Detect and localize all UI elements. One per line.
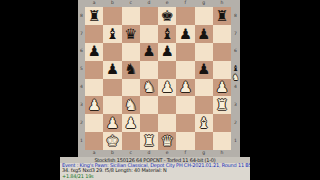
board-corner bbox=[78, 150, 85, 157]
square-b1[interactable]: ♚ bbox=[103, 132, 121, 150]
captured-material-tray: ♝ ♞ bbox=[231, 64, 240, 82]
square-g6[interactable] bbox=[195, 43, 213, 61]
square-c7[interactable]: ♛ bbox=[122, 25, 140, 43]
square-h1[interactable] bbox=[213, 132, 231, 150]
black-knight-c5: ♞ bbox=[124, 62, 137, 77]
square-e7[interactable]: ♝ bbox=[158, 25, 176, 43]
square-c1[interactable] bbox=[122, 132, 140, 150]
file-label-c: c bbox=[122, 0, 140, 7]
file-label-f: f bbox=[176, 150, 194, 157]
black-pawn-g7: ♟ bbox=[197, 26, 210, 41]
square-b6[interactable] bbox=[103, 43, 121, 61]
white-king-b1: ♚ bbox=[106, 133, 119, 148]
square-b2[interactable]: ♟ bbox=[103, 114, 121, 132]
square-e2[interactable] bbox=[158, 114, 176, 132]
file-label-b: b bbox=[103, 150, 121, 157]
file-label-a: a bbox=[85, 150, 103, 157]
square-h6[interactable] bbox=[213, 43, 231, 61]
black-pawn-a6: ♟ bbox=[88, 44, 101, 59]
file-label-b: b bbox=[103, 0, 121, 7]
square-g4[interactable] bbox=[195, 79, 213, 97]
file-label-e: e bbox=[158, 0, 176, 7]
square-c6[interactable] bbox=[122, 43, 140, 61]
file-label-d: d bbox=[140, 0, 158, 7]
rank-label-7: 7 bbox=[231, 25, 240, 43]
captured-black-bishop-icon: ♝ bbox=[232, 64, 239, 73]
square-a2[interactable] bbox=[85, 114, 103, 132]
rank-label-5: 5 bbox=[78, 61, 85, 79]
white-bishop-g2: ♝ bbox=[197, 115, 210, 130]
square-d2[interactable] bbox=[140, 114, 158, 132]
square-a3[interactable]: ♟ bbox=[85, 96, 103, 114]
square-e5[interactable] bbox=[158, 61, 176, 79]
game-info-panel: Stockfish 150126 64 POPCNT - Torfed 11 6… bbox=[60, 157, 250, 180]
square-b4[interactable] bbox=[103, 79, 121, 97]
square-g5[interactable]: ♟ bbox=[195, 61, 213, 79]
black-bishop-b7: ♝ bbox=[106, 26, 119, 41]
chess-board-frame: abcdefgh8♜♚♜87♝♛♝♟♟76♟♟♟65♟♞♟54♞♟♟♟43♟♞♜… bbox=[78, 0, 240, 157]
square-f4[interactable]: ♟ bbox=[176, 79, 194, 97]
white-pawn-e4: ♟ bbox=[161, 80, 174, 95]
black-pawn-g5: ♟ bbox=[197, 62, 210, 77]
square-a7[interactable] bbox=[85, 25, 103, 43]
white-rook-h3: ♜ bbox=[215, 98, 228, 113]
square-c2[interactable]: ♟ bbox=[122, 114, 140, 132]
square-a8[interactable]: ♜ bbox=[85, 7, 103, 25]
white-pawn-c2: ♟ bbox=[124, 115, 137, 130]
rank-label-1: 1 bbox=[78, 132, 85, 150]
captured-white-knight-icon: ♞ bbox=[232, 73, 239, 82]
rank-label-1: 1 bbox=[231, 132, 240, 150]
black-king-e8: ♚ bbox=[161, 8, 174, 23]
white-knight-d4: ♞ bbox=[142, 80, 155, 95]
square-f6[interactable] bbox=[176, 43, 194, 61]
square-e1[interactable]: ♛ bbox=[158, 132, 176, 150]
rank-label-7: 7 bbox=[78, 25, 85, 43]
black-pawn-b5: ♟ bbox=[106, 62, 119, 77]
black-bishop-e7: ♝ bbox=[161, 26, 174, 41]
square-e8[interactable]: ♚ bbox=[158, 7, 176, 25]
file-label-h: h bbox=[213, 150, 231, 157]
square-a6[interactable]: ♟ bbox=[85, 43, 103, 61]
square-e4[interactable]: ♟ bbox=[158, 79, 176, 97]
board-corner bbox=[231, 0, 240, 7]
black-pawn-d6: ♟ bbox=[142, 44, 155, 59]
rank-label-6: 6 bbox=[78, 43, 85, 61]
square-d5[interactable] bbox=[140, 61, 158, 79]
square-h2[interactable] bbox=[213, 114, 231, 132]
square-b3[interactable] bbox=[103, 96, 121, 114]
square-g7[interactable]: ♟ bbox=[195, 25, 213, 43]
square-g1[interactable] bbox=[195, 132, 213, 150]
rank-label-8: 8 bbox=[231, 7, 240, 25]
file-label-g: g bbox=[195, 0, 213, 7]
square-h8[interactable]: ♜ bbox=[213, 7, 231, 25]
square-d4[interactable]: ♞ bbox=[140, 79, 158, 97]
file-label-h: h bbox=[213, 0, 231, 7]
file-label-c: c bbox=[122, 150, 140, 157]
square-d6[interactable]: ♟ bbox=[140, 43, 158, 61]
rank-label-3: 3 bbox=[231, 96, 240, 114]
rank-label-2: 2 bbox=[231, 114, 240, 132]
square-h5[interactable] bbox=[213, 61, 231, 79]
square-d8[interactable] bbox=[140, 7, 158, 25]
square-a5[interactable] bbox=[85, 61, 103, 79]
square-h3[interactable]: ♜ bbox=[213, 96, 231, 114]
white-queen-e1: ♛ bbox=[161, 133, 174, 148]
square-f8[interactable] bbox=[176, 7, 194, 25]
rank-label-8: 8 bbox=[78, 7, 85, 25]
square-b8[interactable] bbox=[103, 7, 121, 25]
file-label-a: a bbox=[85, 0, 103, 7]
black-pawn-e6: ♟ bbox=[161, 44, 174, 59]
square-f1[interactable] bbox=[176, 132, 194, 150]
white-pawn-f4: ♟ bbox=[179, 80, 192, 95]
white-knight-c3: ♞ bbox=[124, 98, 137, 113]
square-b5[interactable]: ♟ bbox=[103, 61, 121, 79]
square-f7[interactable]: ♟ bbox=[176, 25, 194, 43]
file-label-e: e bbox=[158, 150, 176, 157]
board-corner bbox=[78, 0, 85, 7]
square-b7[interactable]: ♝ bbox=[103, 25, 121, 43]
white-pawn-b2: ♟ bbox=[106, 115, 119, 130]
chess-board: abcdefgh8♜♚♜87♝♛♝♟♟76♟♟♟65♟♞♟54♞♟♟♟43♟♞♜… bbox=[78, 0, 240, 157]
white-pawn-h4: ♟ bbox=[215, 80, 228, 95]
rank-label-2: 2 bbox=[78, 114, 85, 132]
square-h4[interactable]: ♟ bbox=[213, 79, 231, 97]
rank-label-4: 4 bbox=[78, 79, 85, 97]
white-rook-d1: ♜ bbox=[142, 133, 155, 148]
white-pawn-a3: ♟ bbox=[88, 98, 101, 113]
engine-eval-line: +1.84/21 19s bbox=[60, 173, 250, 179]
square-d3[interactable] bbox=[140, 96, 158, 114]
square-d7[interactable] bbox=[140, 25, 158, 43]
square-f5[interactable] bbox=[176, 61, 194, 79]
rank-label-6: 6 bbox=[231, 43, 240, 61]
square-c4[interactable] bbox=[122, 79, 140, 97]
board-corner bbox=[231, 150, 240, 157]
square-d1[interactable]: ♜ bbox=[140, 132, 158, 150]
square-h7[interactable] bbox=[213, 25, 231, 43]
square-e6[interactable]: ♟ bbox=[158, 43, 176, 61]
square-c8[interactable] bbox=[122, 7, 140, 25]
video-frame: abcdefgh8♜♚♜87♝♛♝♟♟76♟♟♟65♟♞♟54♞♟♟♟43♟♞♜… bbox=[0, 0, 320, 180]
file-label-d: d bbox=[140, 150, 158, 157]
file-label-f: f bbox=[176, 0, 194, 7]
square-a4[interactable] bbox=[85, 79, 103, 97]
square-f3[interactable] bbox=[176, 96, 194, 114]
black-queen-c7: ♛ bbox=[124, 26, 137, 41]
black-rook-h8: ♜ bbox=[215, 8, 228, 23]
square-g3[interactable] bbox=[195, 96, 213, 114]
square-c3[interactable]: ♞ bbox=[122, 96, 140, 114]
square-f2[interactable] bbox=[176, 114, 194, 132]
rank-label-3: 3 bbox=[78, 96, 85, 114]
file-label-g: g bbox=[195, 150, 213, 157]
square-g2[interactable]: ♝ bbox=[195, 114, 213, 132]
square-g8[interactable] bbox=[195, 7, 213, 25]
square-e3[interactable] bbox=[158, 96, 176, 114]
square-c5[interactable]: ♞ bbox=[122, 61, 140, 79]
black-rook-a8: ♜ bbox=[88, 8, 101, 23]
black-pawn-f7: ♟ bbox=[179, 26, 192, 41]
square-a1[interactable] bbox=[85, 132, 103, 150]
